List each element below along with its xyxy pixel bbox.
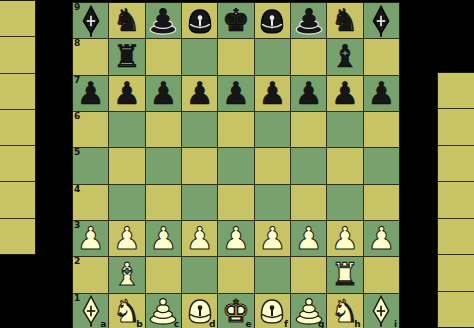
piece-black-pawn[interactable]: ♟ [113,78,141,109]
right-hand-tray [437,72,474,328]
rank-label-1: 1 [74,294,80,303]
file-label-a: a [100,320,106,328]
square-f6[interactable] [255,112,290,147]
file-label-h: h [354,320,360,328]
square-c6[interactable] [146,112,181,147]
piece-black-pawn[interactable]: ♟ [149,78,177,109]
square-d1[interactable]: d [182,294,217,328]
square-h7[interactable]: ♟ [327,76,362,111]
square-i5[interactable] [364,148,399,183]
square-e2[interactable] [218,257,253,292]
piece-black-pawn[interactable]: ♟ [222,78,250,109]
square-b5[interactable] [109,148,144,183]
rank-label-8: 8 [74,39,80,48]
square-f8[interactable] [255,39,290,74]
left-hand-tray [0,0,36,255]
square-b8[interactable]: ♜ [109,39,144,74]
square-b7[interactable]: ♟ [109,76,144,111]
square-h8[interactable]: ♝ [327,39,362,74]
right-hand-cell-2[interactable] [438,109,474,144]
square-i6[interactable] [364,112,399,147]
square-d9[interactable] [182,3,217,38]
left-hand-cell-1[interactable] [0,1,35,36]
square-g5[interactable] [291,148,326,183]
square-d7[interactable]: ♟ [182,76,217,111]
file-label-d: d [209,320,215,328]
square-b2[interactable]: ♝ [109,257,144,292]
piece-white-pawn[interactable]: ♟ [258,223,286,254]
square-b4[interactable] [109,185,144,220]
rank-label-3: 3 [74,221,80,230]
square-i7[interactable]: ♟ [364,76,399,111]
rank-label-7: 7 [74,76,80,85]
file-label-e: e [246,320,252,328]
square-a3[interactable]: 3♟ [73,221,108,256]
piece-black-gold-general[interactable] [183,4,217,38]
piece-black-silver-general[interactable] [146,4,180,38]
piece-white-bishop[interactable]: ♝ [113,259,141,290]
right-hand-cell-4[interactable] [438,182,474,217]
rank-label-9: 9 [74,3,80,12]
square-h2[interactable]: ♜ [327,257,362,292]
square-d3[interactable]: ♟ [182,221,217,256]
square-g1[interactable]: g [291,294,326,328]
square-e3[interactable]: ♟ [218,221,253,256]
piece-black-bishop[interactable]: ♝ [331,41,359,72]
square-d8[interactable] [182,39,217,74]
square-e8[interactable] [218,39,253,74]
left-hand-cell-4[interactable] [0,110,35,145]
square-h1[interactable]: h♞ [327,294,362,328]
piece-white-pawn[interactable]: ♟ [77,223,105,254]
left-hand-cell-6[interactable] [0,182,35,217]
file-label-f: f [284,320,288,328]
square-i3[interactable]: ♟ [364,221,399,256]
square-b9[interactable]: ♞ [109,3,144,38]
piece-black-lance[interactable] [364,4,398,38]
right-hand-cell-6[interactable] [438,255,474,290]
shogi-app-window: 9♞♚♞8♜♝7♟♟♟♟♟♟♟♟♟6543♟♟♟♟♟♟♟♟♟2♝♜1ab♞cde… [0,0,474,328]
piece-white-pawn[interactable]: ♟ [367,223,395,254]
file-label-g: g [318,320,324,328]
square-e5[interactable] [218,148,253,183]
square-f7[interactable]: ♟ [255,76,290,111]
square-g2[interactable] [291,257,326,292]
square-h3[interactable]: ♟ [327,221,362,256]
file-label-c: c [174,320,179,328]
piece-black-gold-general[interactable] [255,4,289,38]
piece-black-pawn[interactable]: ♟ [331,78,359,109]
piece-white-pawn[interactable]: ♟ [222,223,250,254]
piece-black-king[interactable]: ♚ [222,5,250,36]
square-a2[interactable]: 2 [73,257,108,292]
file-label-i: i [394,320,397,328]
square-g4[interactable] [291,185,326,220]
square-f3[interactable]: ♟ [255,221,290,256]
left-hand-cell-7[interactable] [0,219,35,254]
square-i8[interactable] [364,39,399,74]
square-c8[interactable] [146,39,181,74]
piece-black-pawn[interactable]: ♟ [258,78,286,109]
square-i4[interactable] [364,185,399,220]
piece-white-pawn[interactable]: ♟ [295,223,323,254]
square-c5[interactable] [146,148,181,183]
left-hand-cell-5[interactable] [0,146,35,181]
square-d6[interactable] [182,112,217,147]
square-f4[interactable] [255,185,290,220]
piece-black-pawn[interactable]: ♟ [295,78,323,109]
rank-label-6: 6 [74,112,80,121]
shogi-board: 9♞♚♞8♜♝7♟♟♟♟♟♟♟♟♟6543♟♟♟♟♟♟♟♟♟2♝♜1ab♞cde… [72,2,400,328]
right-hand-cell-7[interactable] [438,292,474,327]
square-i2[interactable] [364,257,399,292]
square-f5[interactable] [255,148,290,183]
square-c7[interactable]: ♟ [146,76,181,111]
piece-white-pawn[interactable]: ♟ [186,223,214,254]
square-c3[interactable]: ♟ [146,221,181,256]
square-f2[interactable] [255,257,290,292]
rank-label-5: 5 [74,148,80,157]
left-hand-cell-2[interactable] [0,37,35,72]
piece-white-pawn[interactable]: ♟ [331,223,359,254]
square-a9[interactable]: 9 [73,3,108,38]
piece-black-pawn[interactable]: ♟ [367,78,395,109]
right-hand-cell-3[interactable] [438,146,474,181]
piece-black-knight[interactable]: ♞ [331,5,359,36]
piece-black-pawn[interactable]: ♟ [77,78,105,109]
piece-black-pawn[interactable]: ♟ [186,78,214,109]
square-c1[interactable]: c [146,294,181,328]
piece-white-rook[interactable]: ♜ [331,259,359,290]
square-c9[interactable] [146,3,181,38]
square-f9[interactable] [255,3,290,38]
square-c4[interactable] [146,185,181,220]
square-i9[interactable] [364,3,399,38]
piece-black-rook[interactable]: ♜ [113,41,141,72]
square-b3[interactable]: ♟ [109,221,144,256]
left-hand-cell-3[interactable] [0,74,35,109]
square-h9[interactable]: ♞ [327,3,362,38]
square-g3[interactable]: ♟ [291,221,326,256]
square-g7[interactable]: ♟ [291,76,326,111]
piece-white-pawn[interactable]: ♟ [149,223,177,254]
square-a4[interactable]: 4 [73,185,108,220]
piece-black-knight[interactable]: ♞ [113,5,141,36]
piece-black-silver-general[interactable] [292,4,326,38]
right-hand-cell-5[interactable] [438,219,474,254]
square-g6[interactable] [291,112,326,147]
rank-label-2: 2 [74,257,80,266]
rank-label-4: 4 [74,185,80,194]
square-b6[interactable] [109,112,144,147]
square-a7[interactable]: 7♟ [73,76,108,111]
square-d2[interactable] [182,257,217,292]
square-b1[interactable]: b♞ [109,294,144,328]
square-e1[interactable]: e♚ [218,294,253,328]
square-a6[interactable]: 6 [73,112,108,147]
square-e9[interactable]: ♚ [218,3,253,38]
square-a1[interactable]: 1a [73,294,108,328]
square-g8[interactable] [291,39,326,74]
square-c2[interactable] [146,257,181,292]
square-h6[interactable] [327,112,362,147]
square-a5[interactable]: 5 [73,148,108,183]
square-d4[interactable] [182,185,217,220]
square-e7[interactable]: ♟ [218,76,253,111]
square-d5[interactable] [182,148,217,183]
square-i1[interactable]: i [364,294,399,328]
piece-white-pawn[interactable]: ♟ [113,223,141,254]
square-g9[interactable] [291,3,326,38]
square-e6[interactable] [218,112,253,147]
square-f1[interactable]: f [255,294,290,328]
square-a8[interactable]: 8 [73,39,108,74]
right-hand-cell-1[interactable] [438,73,474,108]
file-label-b: b [136,320,142,328]
square-h5[interactable] [327,148,362,183]
square-e4[interactable] [218,185,253,220]
square-h4[interactable] [327,185,362,220]
